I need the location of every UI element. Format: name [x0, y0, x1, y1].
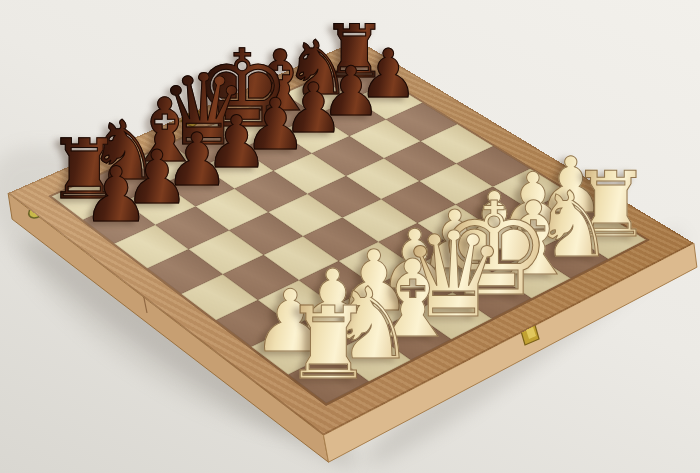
chess-board — [48, 60, 650, 406]
chess-board-frame — [8, 40, 694, 435]
chess-set-photo: ♜♞♝♛♚♝♞♜♟♟♟♟♟♟♟♟♟♟♟♟♟♟♟♟♜♞♝♛♚♝♞♜ — [0, 0, 700, 473]
